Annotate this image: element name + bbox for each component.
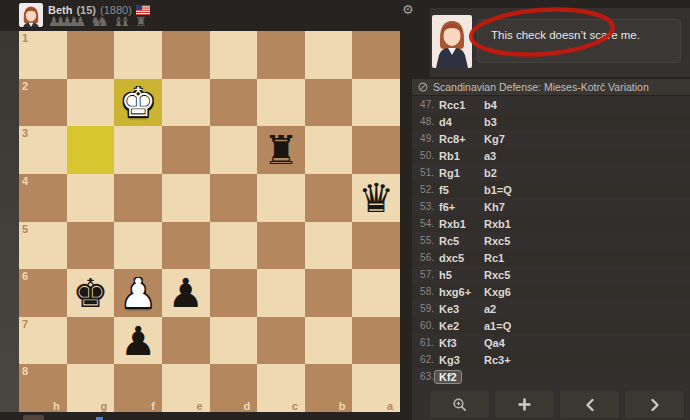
move-number: 52. [412, 184, 434, 195]
file-label-d: d [243, 400, 250, 412]
board-left-margin [0, 31, 19, 412]
square-b7[interactable] [305, 317, 353, 365]
white-move[interactable]: h5 [439, 269, 483, 281]
move-number: 62. [412, 354, 434, 365]
captured-knight-icons: ♞♞ [90, 15, 103, 28]
white-move[interactable]: Rc8+ [439, 133, 483, 145]
square-d8[interactable]: d [210, 364, 258, 412]
file-label-f: f [151, 400, 155, 412]
move-row-63: 63.Kf2 [412, 368, 690, 385]
square-d5[interactable] [210, 222, 258, 270]
beth-portrait-icon [432, 15, 472, 68]
move-row-57: 57.h5Rxc5 [412, 266, 690, 283]
chevron-right-icon [649, 398, 661, 412]
square-b8[interactable]: b [305, 364, 353, 412]
white-move[interactable]: Rxb1 [439, 218, 483, 230]
chat-panel: This check doesn’t scare me. [430, 8, 690, 77]
white-move[interactable]: Kf2 [439, 370, 483, 384]
black-move[interactable]: b3 [484, 116, 497, 128]
black-pawn[interactable]: ♟ [162, 269, 210, 317]
move-row-61: 61.Kf3Qa4 [412, 334, 690, 351]
black-move[interactable]: Qa4 [484, 337, 505, 349]
square-d7[interactable] [210, 317, 258, 365]
add-button[interactable] [494, 390, 555, 419]
white-move[interactable]: Kg3 [439, 354, 483, 366]
move-row-49: 49.Rc8+Kg7 [412, 130, 690, 147]
move-row-48: 48.d4b3 [412, 113, 690, 130]
move-number: 53. [412, 201, 434, 212]
black-move[interactable]: Rxb1 [484, 218, 511, 230]
white-move[interactable]: Kf3 [439, 337, 483, 349]
rank-label-2: 2 [22, 80, 28, 92]
white-move[interactable]: hxg6+ [439, 286, 483, 298]
square-g3[interactable] [67, 126, 115, 174]
black-move[interactable]: Rc3+ [484, 354, 511, 366]
square-f8[interactable]: f [114, 364, 162, 412]
move-row-47: 47.Rcc1b4 [412, 96, 690, 113]
explore-button[interactable] [429, 390, 490, 419]
square-b2[interactable] [305, 79, 353, 127]
square-g7[interactable] [67, 317, 115, 365]
move-number: 51. [412, 167, 434, 178]
black-move[interactable]: b2 [484, 167, 497, 179]
square-c8[interactable]: c [257, 364, 305, 412]
square-c2[interactable] [257, 79, 305, 127]
square-b4[interactable] [305, 174, 353, 222]
opponent-avatar [432, 15, 472, 68]
chess-board: 12♚3♜4♛56♚♟♟7♟8hgfedcba [19, 31, 400, 412]
move-row-59: 59.Ke3a2 [412, 300, 690, 317]
square-b3[interactable] [305, 126, 353, 174]
move-row-53: 53.f6+Kh7 [412, 198, 690, 215]
black-move[interactable]: Rxc5 [484, 235, 510, 247]
black-rook[interactable]: ♜ [257, 126, 305, 174]
square-g1[interactable] [67, 31, 115, 79]
white-king[interactable]: ♚ [114, 79, 162, 127]
analysis-panel: Scandinavian Defense: Mieses-Kotrč Varia… [412, 79, 690, 420]
bottom-player-avatar [23, 415, 44, 420]
square-c4[interactable] [257, 174, 305, 222]
square-g6[interactable]: ♚ [67, 269, 115, 317]
move-number: 58. [412, 286, 434, 297]
rank-label-5: 5 [22, 223, 28, 235]
square-f1[interactable] [114, 31, 162, 79]
square-g4[interactable] [67, 174, 115, 222]
move-row-58: 58.hxg6+Kxg6 [412, 283, 690, 300]
move-number: 61. [412, 337, 434, 348]
black-move[interactable]: b1=Q [484, 184, 512, 196]
opening-row[interactable]: Scandinavian Defense: Mieses-Kotrč Varia… [412, 79, 690, 96]
move-row-51: 51.Rg1b2 [412, 164, 690, 181]
move-list: 47.Rcc1b448.d4b349.Rc8+Kg750.Rb1a351.Rg1… [412, 96, 690, 385]
square-e2[interactable] [162, 79, 210, 127]
black-move[interactable]: a1=Q [484, 320, 511, 332]
current-move[interactable]: Kf2 [434, 370, 462, 384]
square-g5[interactable] [67, 222, 115, 270]
magnifier-icon [452, 397, 468, 413]
opening-name: Scandinavian Defense: Mieses-Kotrč Varia… [433, 81, 649, 93]
rank-label-3: 3 [22, 127, 28, 139]
square-b1[interactable] [305, 31, 353, 79]
square-g2[interactable] [67, 79, 115, 127]
square-b5[interactable] [305, 222, 353, 270]
black-move[interactable]: Kg7 [484, 133, 505, 145]
forward-button[interactable] [624, 390, 685, 419]
square-a3[interactable] [352, 126, 400, 174]
square-a1[interactable] [352, 31, 400, 79]
square-h2[interactable]: 2 [19, 79, 67, 127]
captured-bishop-icons: ♝♝ [113, 15, 126, 28]
square-d6[interactable] [210, 269, 258, 317]
opening-book-icon [418, 82, 428, 92]
square-e7[interactable] [162, 317, 210, 365]
square-g8[interactable]: g [67, 364, 115, 412]
square-a6[interactable] [352, 269, 400, 317]
square-f6[interactable]: ♟ [114, 269, 162, 317]
move-row-56: 56.dxc5Rc1 [412, 249, 690, 266]
square-a7[interactable] [352, 317, 400, 365]
square-e3[interactable] [162, 126, 210, 174]
black-king[interactable]: ♚ [67, 269, 115, 317]
square-f2[interactable]: ♚ [114, 79, 162, 127]
move-row-55: 55.Rc5Rxc5 [412, 232, 690, 249]
back-button[interactable] [559, 390, 620, 419]
rank-label-4: 4 [22, 175, 28, 187]
captured-rook-icons: ♜ [135, 15, 142, 28]
file-label-a: a [387, 400, 393, 412]
top-player-avatar[interactable] [19, 3, 43, 27]
beth-portrait-icon [19, 3, 43, 27]
square-h6[interactable]: 6 [19, 269, 67, 317]
rank-label-1: 1 [22, 32, 28, 44]
captured-pawn-icons: ♟♟♟♟♟ [48, 15, 81, 28]
rank-label-8: 8 [22, 365, 28, 377]
white-move[interactable]: dxc5 [439, 252, 483, 264]
black-move[interactable]: Kxg6 [484, 286, 511, 298]
square-e1[interactable] [162, 31, 210, 79]
square-d2[interactable] [210, 79, 258, 127]
square-a2[interactable] [352, 79, 400, 127]
white-move[interactable]: Rcc1 [439, 99, 483, 111]
square-e4[interactable] [162, 174, 210, 222]
square-a5[interactable] [352, 222, 400, 270]
square-e5[interactable] [162, 222, 210, 270]
square-d3[interactable] [210, 126, 258, 174]
white-move[interactable]: Rb1 [439, 150, 483, 162]
move-number: 63. [412, 371, 434, 382]
settings-gear-icon[interactable]: ⚙ [402, 2, 414, 17]
file-label-h: h [53, 400, 60, 412]
square-h8[interactable]: 8h [19, 364, 67, 412]
square-f7[interactable]: ♟ [114, 317, 162, 365]
move-number: 59. [412, 303, 434, 314]
plus-icon [517, 397, 532, 412]
white-move[interactable]: Rg1 [439, 167, 483, 179]
move-number: 56. [412, 252, 434, 263]
white-move[interactable]: Ke3 [439, 303, 483, 315]
move-row-50: 50.Rb1a3 [412, 147, 690, 164]
square-a8[interactable]: a [352, 364, 400, 412]
black-move[interactable]: Rxc5 [484, 269, 510, 281]
white-move[interactable]: f6+ [439, 201, 483, 213]
move-number: 60. [412, 320, 434, 331]
move-number: 55. [412, 235, 434, 246]
chevron-left-icon [584, 398, 596, 412]
captured-pieces-tray: ♟♟♟♟♟♞♞♝♝♜ [48, 15, 151, 28]
black-move[interactable]: b4 [484, 99, 497, 111]
chess-app-window: Beth (15) (1880) ♟♟♟♟♟♞♞♝♝♜ ⚙ 12♚3♜4♛56♚… [0, 0, 690, 420]
square-c5[interactable] [257, 222, 305, 270]
chat-speech-bubble: This check doesn’t scare me. [477, 19, 681, 63]
white-pawn[interactable]: ♟ [114, 269, 162, 317]
move-row-52: 52.f5b1=Q [412, 181, 690, 198]
move-row-54: 54.Rxb1Rxb1 [412, 215, 690, 232]
black-move[interactable]: Kh7 [484, 201, 505, 213]
move-number: 57. [412, 269, 434, 280]
white-move[interactable]: Rc5 [439, 235, 483, 247]
file-label-e: e [196, 400, 202, 412]
white-move[interactable]: d4 [439, 116, 483, 128]
rank-label-7: 7 [22, 318, 28, 330]
file-label-c: c [292, 400, 298, 412]
file-label-g: g [101, 400, 108, 412]
square-d1[interactable] [210, 31, 258, 79]
square-d4[interactable] [210, 174, 258, 222]
black-pawn[interactable]: ♟ [114, 317, 162, 365]
analysis-toolbar [429, 390, 685, 419]
black-move[interactable]: Rc1 [484, 252, 504, 264]
square-h7[interactable]: 7 [19, 317, 67, 365]
square-h3[interactable]: 3 [19, 126, 67, 174]
move-number: 54. [412, 218, 434, 229]
square-c3[interactable]: ♜ [257, 126, 305, 174]
black-move[interactable]: a3 [484, 150, 496, 162]
move-row-62: 62.Kg3Rc3+ [412, 351, 690, 368]
file-label-b: b [339, 400, 346, 412]
rank-label-6: 6 [22, 270, 28, 282]
square-c1[interactable] [257, 31, 305, 79]
black-move[interactable]: a2 [484, 303, 496, 315]
square-a4[interactable]: ♛ [352, 174, 400, 222]
move-number: 47. [412, 99, 434, 110]
square-b6[interactable] [305, 269, 353, 317]
square-c7[interactable] [257, 317, 305, 365]
square-h5[interactable]: 5 [19, 222, 67, 270]
white-move[interactable]: Ke2 [439, 320, 483, 332]
square-f5[interactable] [114, 222, 162, 270]
move-number: 50. [412, 150, 434, 161]
square-f4[interactable] [114, 174, 162, 222]
square-c6[interactable] [257, 269, 305, 317]
square-f3[interactable] [114, 126, 162, 174]
square-h4[interactable]: 4 [19, 174, 67, 222]
move-number: 49. [412, 133, 434, 144]
chat-message: This check doesn’t scare me. [491, 29, 640, 41]
square-e6[interactable]: ♟ [162, 269, 210, 317]
move-row-60: 60.Ke2a1=Q [412, 317, 690, 334]
black-queen[interactable]: ♛ [352, 174, 400, 222]
move-number: 48. [412, 116, 434, 127]
square-h1[interactable]: 1 [19, 31, 67, 79]
white-move[interactable]: f5 [439, 184, 483, 196]
square-e8[interactable]: e [162, 364, 210, 412]
